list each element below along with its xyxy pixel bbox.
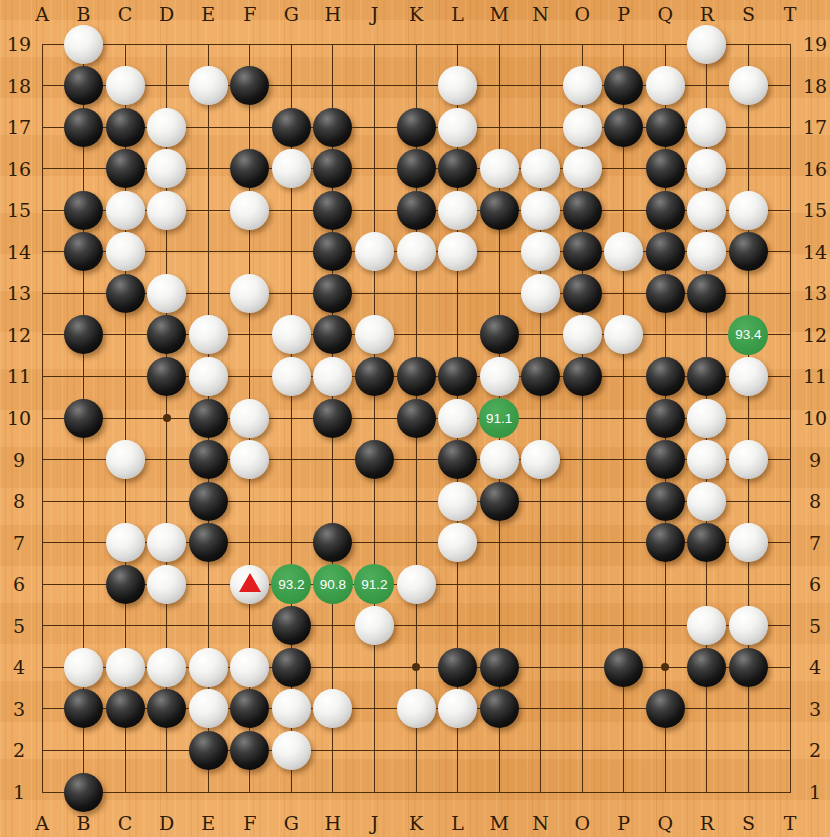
row-label-right: 5 [798,613,830,639]
column-label-bottom: M [484,810,514,836]
white-stone [687,440,726,479]
black-stone [272,648,311,687]
white-stone [147,149,186,188]
row-label-left: 19 [2,31,36,57]
white-stone [355,232,394,271]
black-stone [687,648,726,687]
white-stone [687,482,726,521]
black-stone [646,274,685,313]
suggestion-winrate-label: 93.2 [278,577,304,592]
black-stone [604,66,643,105]
column-label-bottom: N [526,810,556,836]
white-stone [521,440,560,479]
black-stone [106,149,145,188]
column-label-top: G [276,1,306,27]
star-point [163,414,171,422]
column-label-top: E [193,1,223,27]
white-stone [646,66,685,105]
star-point [412,663,420,671]
row-label-right: 12 [798,322,830,348]
row-label-right: 14 [798,239,830,265]
row-label-right: 11 [798,363,830,389]
black-stone [646,191,685,230]
row-label-left: 9 [2,447,36,473]
black-stone [230,731,269,770]
row-label-left: 14 [2,239,36,265]
row-label-right: 19 [798,31,830,57]
white-stone [729,523,768,562]
black-stone [646,232,685,271]
column-label-bottom: C [110,810,140,836]
column-label-top: S [733,1,763,27]
white-stone [189,689,228,728]
white-stone [729,66,768,105]
row-label-left: 8 [2,488,36,514]
black-stone [230,149,269,188]
suggestion-circle[interactable]: 93.2 [271,564,311,604]
black-stone [604,648,643,687]
white-stone [355,315,394,354]
row-label-right: 10 [798,405,830,431]
row-label-right: 18 [798,73,830,99]
column-label-bottom: E [193,810,223,836]
black-stone [646,399,685,438]
black-stone [147,357,186,396]
white-stone [438,482,477,521]
column-label-top: B [69,1,99,27]
suggestion-winrate-label: 90.8 [320,577,346,592]
white-stone [438,399,477,438]
black-stone [189,399,228,438]
column-label-top: F [235,1,265,27]
column-label-top: A [27,1,57,27]
column-label-top: L [443,1,473,27]
black-stone [646,149,685,188]
column-label-bottom: J [359,810,389,836]
white-stone [106,440,145,479]
white-stone [480,149,519,188]
white-stone [438,66,477,105]
black-stone [64,108,103,147]
black-stone [646,108,685,147]
column-label-top: D [152,1,182,27]
column-label-bottom: K [401,810,431,836]
black-stone [313,523,352,562]
column-label-top: O [567,1,597,27]
white-stone [230,191,269,230]
black-stone [64,315,103,354]
row-label-right: 16 [798,156,830,182]
white-stone [272,689,311,728]
black-stone [687,357,726,396]
column-label-bottom: F [235,810,265,836]
row-label-left: 5 [2,613,36,639]
row-label-left: 13 [2,280,36,306]
white-stone [521,191,560,230]
column-label-bottom: A [27,810,57,836]
black-stone [313,108,352,147]
column-label-top: H [318,1,348,27]
black-stone [480,482,519,521]
white-stone [106,191,145,230]
white-stone [230,274,269,313]
row-label-left: 1 [2,779,36,805]
black-stone [106,108,145,147]
white-stone [106,523,145,562]
column-label-bottom: L [443,810,473,836]
white-stone [272,357,311,396]
black-stone [106,689,145,728]
suggestion-winrate-label: 91.2 [361,577,387,592]
column-label-bottom: G [276,810,306,836]
black-stone [355,357,394,396]
black-stone [563,191,602,230]
column-label-top: J [359,1,389,27]
white-stone [438,108,477,147]
black-stone [272,606,311,645]
white-stone [687,108,726,147]
suggestion-circle[interactable]: 93.4 [728,315,768,355]
column-label-bottom: Q [650,810,680,836]
white-stone [687,25,726,64]
black-stone [687,523,726,562]
black-stone [64,399,103,438]
white-stone [729,606,768,645]
row-label-left: 12 [2,322,36,348]
white-stone [438,191,477,230]
white-stone [729,191,768,230]
row-label-left: 18 [2,73,36,99]
black-stone [189,731,228,770]
white-stone [729,357,768,396]
white-stone [687,232,726,271]
black-stone [646,523,685,562]
column-label-bottom: T [775,810,805,836]
black-stone [147,315,186,354]
row-label-left: 7 [2,530,36,556]
black-stone [64,689,103,728]
white-stone [147,648,186,687]
column-label-bottom: R [692,810,722,836]
white-stone [147,191,186,230]
star-point [661,663,669,671]
white-stone [272,149,311,188]
white-stone [687,606,726,645]
grid-line-vertical [42,44,43,793]
white-stone [313,357,352,396]
white-stone [272,731,311,770]
row-label-right: 3 [798,696,830,722]
white-stone [189,648,228,687]
column-label-top: K [401,1,431,27]
white-stone [106,66,145,105]
white-stone [397,232,436,271]
white-stone [313,689,352,728]
black-stone [313,315,352,354]
black-stone [687,274,726,313]
grid-line-horizontal [42,44,791,45]
black-stone [563,232,602,271]
column-label-top: N [526,1,556,27]
column-label-bottom: D [152,810,182,836]
black-stone [563,274,602,313]
black-stone [397,357,436,396]
white-stone [147,108,186,147]
white-stone [521,274,560,313]
black-stone [106,274,145,313]
row-label-left: 15 [2,197,36,223]
black-stone [230,689,269,728]
row-label-left: 10 [2,405,36,431]
white-stone [438,523,477,562]
white-stone [230,648,269,687]
white-stone [189,315,228,354]
row-label-left: 16 [2,156,36,182]
row-label-left: 3 [2,696,36,722]
black-stone [355,440,394,479]
black-stone [729,648,768,687]
white-stone [687,191,726,230]
black-stone [397,399,436,438]
grid-line-horizontal [42,750,791,751]
white-stone [563,315,602,354]
black-stone [646,482,685,521]
white-stone [64,648,103,687]
white-stone [480,357,519,396]
white-stone [687,399,726,438]
black-stone [563,357,602,396]
black-stone [313,399,352,438]
white-stone [521,149,560,188]
row-label-left: 4 [2,654,36,680]
row-label-left: 2 [2,737,36,763]
row-label-right: 15 [798,197,830,223]
column-label-top: M [484,1,514,27]
grid-line-vertical [790,44,791,793]
black-stone [272,108,311,147]
row-label-right: 8 [798,488,830,514]
column-label-bottom: H [318,810,348,836]
black-stone [480,191,519,230]
row-label-right: 4 [798,654,830,680]
column-label-bottom: O [567,810,597,836]
black-stone [397,108,436,147]
suggestion-circle[interactable]: 90.8 [313,564,353,604]
black-stone [646,440,685,479]
white-stone [563,149,602,188]
black-stone [189,482,228,521]
column-label-bottom: B [69,810,99,836]
white-stone [64,25,103,64]
white-stone [438,689,477,728]
black-stone [397,191,436,230]
black-stone [106,565,145,604]
column-label-top: R [692,1,722,27]
white-stone [189,66,228,105]
black-stone [480,315,519,354]
row-label-left: 6 [2,571,36,597]
white-stone [106,232,145,271]
row-label-left: 11 [2,363,36,389]
white-stone [397,689,436,728]
column-label-top: T [775,1,805,27]
black-stone [438,648,477,687]
black-stone [646,357,685,396]
black-stone [480,689,519,728]
white-stone [355,606,394,645]
black-stone [313,191,352,230]
white-stone [604,315,643,354]
suggestion-circle[interactable]: 91.2 [354,564,394,604]
grid-line-vertical [374,44,375,793]
white-stone [147,565,186,604]
column-label-top: Q [650,1,680,27]
white-stone [106,648,145,687]
black-stone [480,648,519,687]
black-stone [147,689,186,728]
black-stone [521,357,560,396]
last-move-triangle-icon [239,573,261,592]
row-label-right: 13 [798,280,830,306]
suggestion-winrate-label: 93.4 [735,327,761,342]
white-stone [563,108,602,147]
row-label-right: 6 [798,571,830,597]
column-label-bottom: P [609,810,639,836]
suggestion-winrate-label: 91.1 [486,411,512,426]
row-label-left: 17 [2,114,36,140]
column-label-bottom: S [733,810,763,836]
column-label-top: C [110,1,140,27]
white-stone [147,274,186,313]
go-board[interactable]: AA1919BB1818CC1717DD1616EE1515FF1414GG13… [0,0,830,837]
grid-line-horizontal [42,792,791,793]
grid-line-horizontal [42,625,791,626]
white-stone [480,440,519,479]
white-stone [438,232,477,271]
black-stone [189,440,228,479]
black-stone [64,191,103,230]
white-stone [563,66,602,105]
black-stone [438,149,477,188]
black-stone [438,440,477,479]
white-stone [687,149,726,188]
column-label-top: P [609,1,639,27]
black-stone [729,232,768,271]
black-stone [230,66,269,105]
row-label-right: 2 [798,737,830,763]
white-stone [521,232,560,271]
white-stone [230,440,269,479]
white-stone [729,440,768,479]
black-stone [313,232,352,271]
black-stone [438,357,477,396]
black-stone [604,108,643,147]
white-stone [230,399,269,438]
row-label-right: 7 [798,530,830,556]
black-stone [189,523,228,562]
black-stone [397,149,436,188]
white-stone [147,523,186,562]
black-stone [313,274,352,313]
white-stone [272,315,311,354]
suggestion-circle[interactable]: 91.1 [479,398,519,438]
black-stone [313,149,352,188]
black-stone [64,232,103,271]
row-label-right: 17 [798,114,830,140]
white-stone [397,565,436,604]
black-stone [64,773,103,812]
white-stone [604,232,643,271]
black-stone [64,66,103,105]
black-stone [646,689,685,728]
white-stone [189,357,228,396]
row-label-right: 9 [798,447,830,473]
row-label-right: 1 [798,779,830,805]
